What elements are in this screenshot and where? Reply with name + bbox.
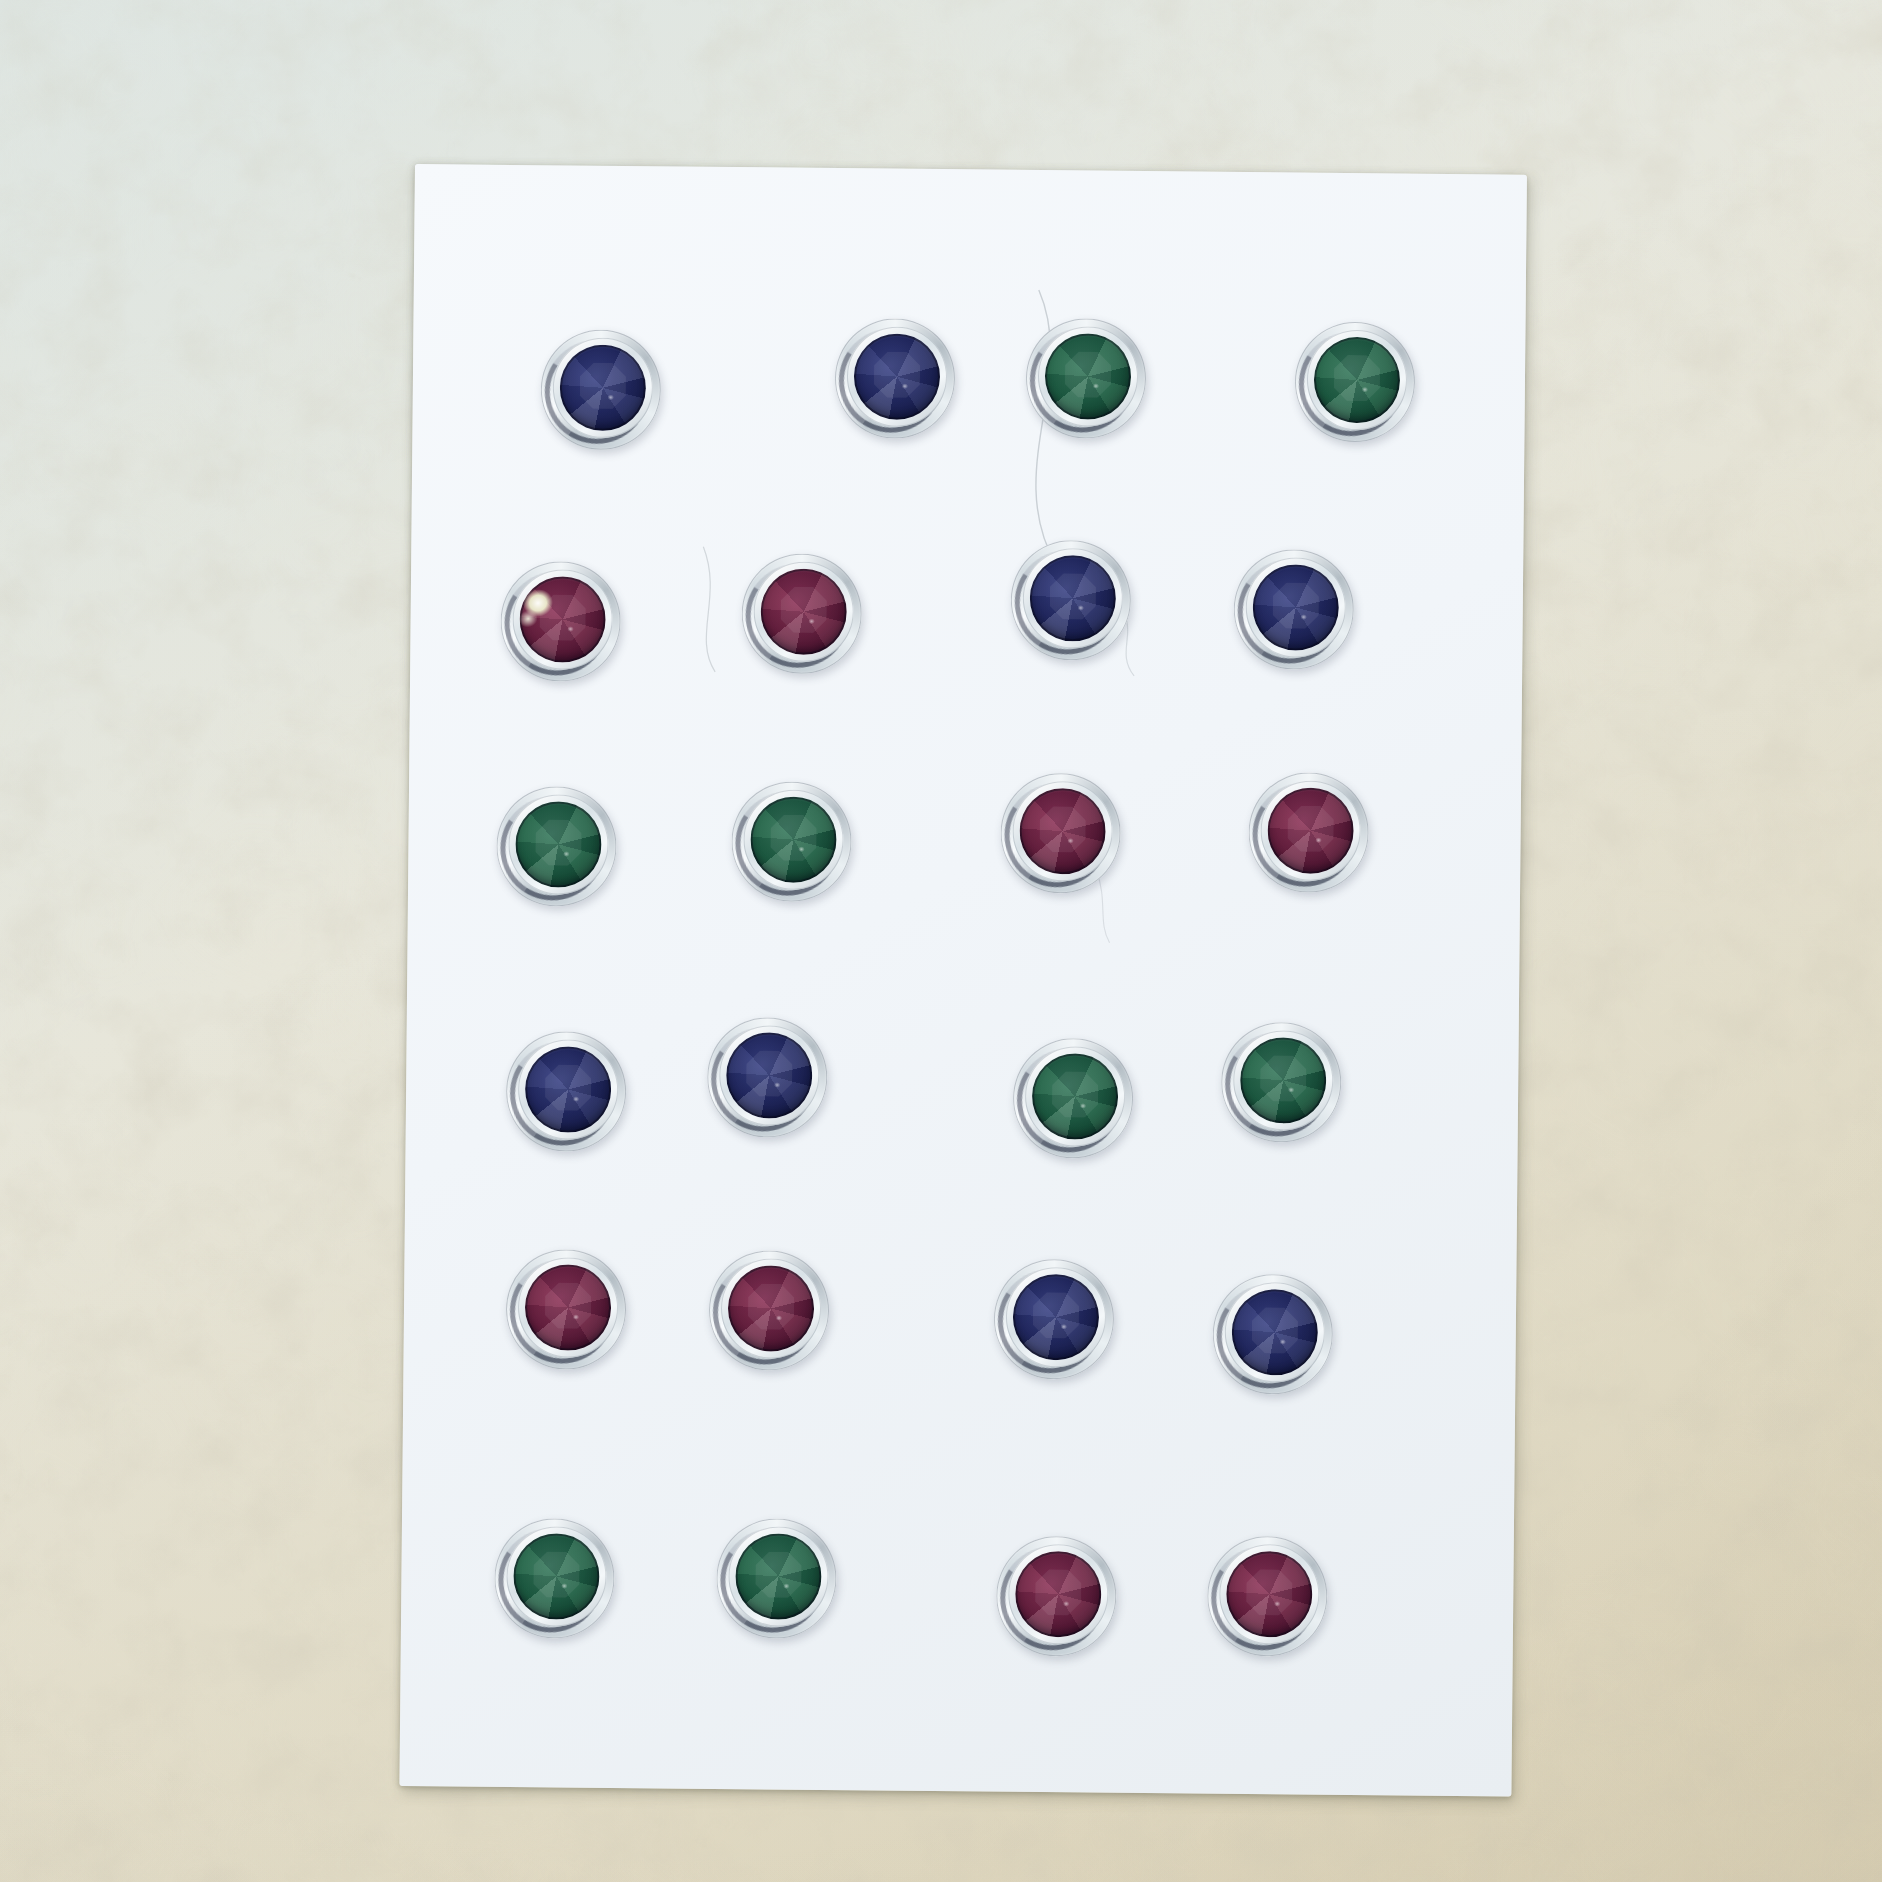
stud-r4c2-blue bbox=[707, 1017, 828, 1138]
stud-r6c3-red bbox=[996, 1536, 1117, 1657]
stud-r3c1-green bbox=[496, 786, 617, 907]
gem-red bbox=[1267, 787, 1354, 874]
stud-r5c3-blue bbox=[993, 1259, 1114, 1380]
stud-r6c4-red bbox=[1207, 1536, 1328, 1657]
gem-blue bbox=[726, 1032, 813, 1119]
gem-green bbox=[1045, 333, 1132, 420]
gem-blue bbox=[1252, 564, 1339, 651]
stud-r2c2-red bbox=[741, 553, 862, 674]
gem-red bbox=[1019, 788, 1106, 875]
gem-green bbox=[1314, 337, 1401, 424]
stud-r5c2-red bbox=[708, 1250, 829, 1371]
stud-r6c2-green bbox=[716, 1518, 837, 1639]
stud-r1c2-blue bbox=[834, 318, 955, 439]
stud-r3c3-red bbox=[1000, 773, 1121, 894]
stud-r2c1-red bbox=[500, 561, 621, 682]
stud-r2c4-blue bbox=[1233, 549, 1354, 670]
gem-red bbox=[728, 1265, 815, 1352]
gem-blue bbox=[559, 344, 646, 431]
gem-blue bbox=[1029, 555, 1116, 642]
gem-green bbox=[750, 796, 837, 883]
stud-r3c2-green bbox=[731, 781, 852, 902]
gem-red bbox=[760, 568, 847, 655]
stud-r5c1-red bbox=[505, 1249, 626, 1370]
gem-green bbox=[1240, 1037, 1327, 1124]
gem-green bbox=[1032, 1053, 1119, 1140]
stud-r5c4-blue bbox=[1212, 1274, 1333, 1395]
gem-red bbox=[525, 1264, 612, 1351]
stud-r6c1-green bbox=[494, 1518, 615, 1639]
gem-blue bbox=[1013, 1274, 1100, 1361]
display-card bbox=[399, 164, 1527, 1797]
stud-r3c4-red bbox=[1248, 772, 1369, 893]
stud-r4c4-green bbox=[1221, 1022, 1342, 1143]
gem-red bbox=[1015, 1551, 1102, 1638]
stud-r1c3-green bbox=[1025, 318, 1146, 439]
gem-green bbox=[515, 801, 602, 888]
gem-green bbox=[735, 1533, 822, 1620]
studs-layer bbox=[399, 164, 1527, 1797]
stud-r1c4-green bbox=[1294, 321, 1415, 442]
gem-blue bbox=[854, 333, 941, 420]
stud-r1c1-blue bbox=[540, 329, 661, 450]
stud-r4c1-blue bbox=[506, 1031, 627, 1152]
gem-blue bbox=[525, 1046, 612, 1133]
photo-scene bbox=[0, 0, 1882, 1882]
gem-red bbox=[1226, 1551, 1313, 1638]
gem-green bbox=[513, 1533, 600, 1620]
stud-r2c3-blue bbox=[1010, 540, 1131, 661]
stud-r4c3-green bbox=[1012, 1038, 1133, 1159]
gem-blue bbox=[1231, 1289, 1318, 1376]
